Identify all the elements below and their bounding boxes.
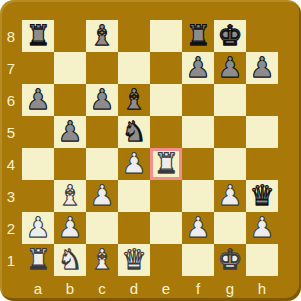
piece-white-pawn-f2[interactable]: ♟ [185,212,210,244]
square-d7[interactable] [118,52,150,84]
rank-label-8: 8 [0,20,22,52]
square-e4[interactable]: ♜ [150,148,182,180]
square-e8[interactable] [150,20,182,52]
square-g2[interactable] [214,212,246,244]
square-e7[interactable] [150,52,182,84]
square-b7[interactable] [54,52,86,84]
square-d1[interactable]: ♛ [118,244,150,276]
square-a8[interactable]: ♜ [22,20,54,52]
square-f1[interactable] [182,244,214,276]
chess-board-frame: ♜♝♜♚♟♟♟♟♟♝♟♞♟♜♝♟♟♛♟♟♟♟♜♞♝♛♚ 87654321abcd… [0,0,301,301]
square-e2[interactable] [150,212,182,244]
piece-white-pawn-g3[interactable]: ♟ [217,180,242,212]
rank-label-5: 5 [0,116,22,148]
square-g4[interactable] [214,148,246,180]
square-c5[interactable] [86,116,118,148]
chess-board-grid: ♜♝♜♚♟♟♟♟♟♝♟♞♟♜♝♟♟♛♟♟♟♟♜♞♝♛♚ [22,20,278,276]
square-e1[interactable] [150,244,182,276]
piece-black-pawn-f7[interactable]: ♟ [185,52,210,84]
piece-black-king-g8[interactable]: ♚ [217,20,242,52]
file-label-d: d [118,276,150,301]
piece-white-pawn-c3[interactable]: ♟ [89,180,114,212]
file-label-b: b [54,276,86,301]
piece-black-pawn-b5[interactable]: ♟ [57,116,82,148]
square-f6[interactable] [182,84,214,116]
square-f4[interactable] [182,148,214,180]
square-e3[interactable] [150,180,182,212]
piece-white-knight-b1[interactable]: ♞ [57,244,82,276]
piece-black-knight-d5[interactable]: ♞ [121,116,146,148]
square-e6[interactable] [150,84,182,116]
square-d2[interactable] [118,212,150,244]
file-label-a: a [22,276,54,301]
square-f3[interactable] [182,180,214,212]
square-a6[interactable]: ♟ [22,84,54,116]
piece-black-pawn-g7[interactable]: ♟ [217,52,242,84]
rank-label-3: 3 [0,180,22,212]
piece-white-pawn-b2[interactable]: ♟ [57,212,82,244]
square-b3[interactable]: ♝ [54,180,86,212]
piece-black-queen-h3[interactable]: ♛ [249,180,274,212]
square-c2[interactable] [86,212,118,244]
piece-black-pawn-c6[interactable]: ♟ [89,84,114,116]
square-b1[interactable]: ♞ [54,244,86,276]
piece-white-queen-d1[interactable]: ♛ [121,244,146,276]
piece-white-king-g1[interactable]: ♚ [217,244,242,276]
square-g3[interactable]: ♟ [214,180,246,212]
square-h2[interactable]: ♟ [246,212,278,244]
square-f2[interactable]: ♟ [182,212,214,244]
square-g1[interactable]: ♚ [214,244,246,276]
piece-black-bishop-c8[interactable]: ♝ [89,20,114,52]
square-c1[interactable]: ♝ [86,244,118,276]
piece-black-bishop-d6[interactable]: ♝ [121,84,146,116]
square-h1[interactable] [246,244,278,276]
square-a1[interactable]: ♜ [22,244,54,276]
square-b5[interactable]: ♟ [54,116,86,148]
square-f5[interactable] [182,116,214,148]
square-d4[interactable]: ♟ [118,148,150,180]
piece-black-rook-a8[interactable]: ♜ [25,20,50,52]
square-b4[interactable] [54,148,86,180]
square-c4[interactable] [86,148,118,180]
piece-white-rook-e4[interactable]: ♜ [153,148,178,180]
piece-black-rook-f8[interactable]: ♜ [185,20,210,52]
file-label-f: f [182,276,214,301]
square-d6[interactable]: ♝ [118,84,150,116]
rank-label-1: 1 [0,244,22,276]
square-g8[interactable]: ♚ [214,20,246,52]
square-h8[interactable] [246,20,278,52]
square-b2[interactable]: ♟ [54,212,86,244]
square-a2[interactable]: ♟ [22,212,54,244]
file-label-e: e [150,276,182,301]
square-g5[interactable] [214,116,246,148]
square-h6[interactable] [246,84,278,116]
square-d5[interactable]: ♞ [118,116,150,148]
square-h3[interactable]: ♛ [246,180,278,212]
square-c6[interactable]: ♟ [86,84,118,116]
square-g7[interactable]: ♟ [214,52,246,84]
rank-label-6: 6 [0,84,22,116]
piece-white-bishop-b3[interactable]: ♝ [57,180,82,212]
piece-black-pawn-h7[interactable]: ♟ [249,52,274,84]
piece-white-bishop-c1[interactable]: ♝ [89,244,114,276]
square-a3[interactable] [22,180,54,212]
square-h7[interactable]: ♟ [246,52,278,84]
square-h4[interactable] [246,148,278,180]
square-f7[interactable]: ♟ [182,52,214,84]
square-g6[interactable] [214,84,246,116]
piece-white-pawn-a2[interactable]: ♟ [25,212,50,244]
piece-white-pawn-h2[interactable]: ♟ [249,212,274,244]
square-b6[interactable] [54,84,86,116]
square-c7[interactable] [86,52,118,84]
square-c3[interactable]: ♟ [86,180,118,212]
square-d3[interactable] [118,180,150,212]
file-label-c: c [86,276,118,301]
square-e5[interactable] [150,116,182,148]
piece-white-rook-a1[interactable]: ♜ [25,244,50,276]
file-label-g: g [214,276,246,301]
square-h5[interactable] [246,116,278,148]
square-b8[interactable] [54,20,86,52]
square-a5[interactable] [22,116,54,148]
rank-label-4: 4 [0,148,22,180]
square-a7[interactable] [22,52,54,84]
square-f8[interactable]: ♜ [182,20,214,52]
piece-black-pawn-a6[interactable]: ♟ [25,84,50,116]
square-d8[interactable] [118,20,150,52]
rank-label-2: 2 [0,212,22,244]
rank-label-7: 7 [0,52,22,84]
piece-white-pawn-d4[interactable]: ♟ [121,148,146,180]
file-label-h: h [246,276,278,301]
square-a4[interactable] [22,148,54,180]
square-c8[interactable]: ♝ [86,20,118,52]
